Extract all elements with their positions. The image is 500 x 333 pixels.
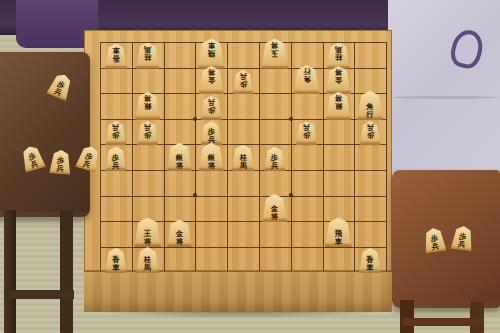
piece-kanji: 金: [200, 76, 223, 83]
piece-kanji: 馬: [232, 162, 253, 169]
piece-kanji: 銀: [136, 102, 159, 109]
piece-kanji: 兵: [106, 162, 125, 169]
piece-kanji: 桂: [328, 53, 349, 60]
piece-kanji: 銀: [327, 102, 350, 109]
komadai-gote-leg: [60, 210, 73, 333]
komadai-gote-leg: [4, 210, 16, 333]
piece-kanji: 車: [106, 264, 126, 271]
lavender-cushion: [388, 0, 500, 176]
piece-kanji: 角: [358, 103, 382, 110]
piece-kanji: 歩: [360, 132, 379, 139]
komadai-sente-stretcher: [402, 318, 482, 326]
piece-kanji: 歩: [297, 132, 316, 139]
piece-kanji: 行: [358, 111, 382, 118]
piece-kanji: 飛: [199, 49, 224, 56]
piece-kanji: 銀: [168, 154, 191, 161]
piece-kanji: 角: [295, 75, 319, 82]
piece-kanji: 兵: [425, 242, 445, 252]
piece-kanji: 兵: [452, 240, 472, 250]
piece-kanji: 銀: [200, 154, 223, 161]
piece-kanji: 車: [360, 264, 380, 271]
piece-kanji: 歩: [265, 154, 284, 161]
star-point: [289, 117, 293, 121]
piece-kanji: 将: [168, 239, 191, 246]
piece-kanji: 玉: [262, 49, 287, 56]
komadai-gote-stretcher: [4, 290, 74, 299]
piece-kanji: 歩: [106, 154, 125, 161]
piece-kanji: 将: [263, 213, 286, 220]
piece-kanji: 車: [326, 239, 351, 246]
board-front-face: [84, 271, 392, 312]
komadai-sente-leg: [400, 300, 414, 333]
piece-kanji: 歩: [233, 80, 252, 87]
piece-kanji: 将: [168, 162, 191, 169]
piece-kanji: 歩: [138, 132, 157, 139]
komadai-sente[interactable]: [392, 170, 500, 308]
cushion-fold: [392, 96, 500, 99]
piece-kanji: 歩: [106, 132, 125, 139]
piece-kanji: 桂: [137, 53, 158, 60]
piece-kanji: 金: [327, 76, 350, 83]
piece-kanji: 桂: [232, 154, 253, 161]
piece-kanji: 兵: [50, 165, 70, 174]
piece-kanji: 歩: [202, 106, 221, 113]
piece-kanji: 香: [106, 54, 126, 61]
piece-kanji: 兵: [265, 162, 284, 169]
piece-kanji: 将: [135, 239, 160, 246]
piece-kanji: 将: [200, 162, 223, 169]
komadai-gote[interactable]: [0, 52, 90, 217]
piece-kanji: 馬: [137, 264, 158, 271]
shogi-photo-scene: 香車桂馬飛車玉将桂馬金将歩兵角行金将銀将歩兵銀将角行歩兵歩兵歩兵歩兵歩兵歩兵銀将…: [0, 0, 500, 333]
